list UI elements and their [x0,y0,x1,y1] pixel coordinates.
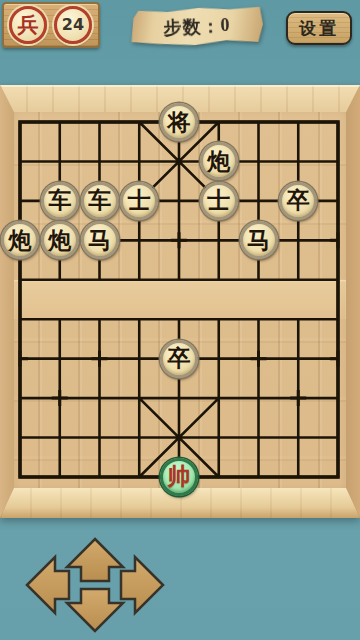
arrow-down-icon[interactable] [67,589,123,631]
level-number: 24 [62,17,84,33]
arrow-up-icon[interactable] [67,539,123,581]
settings-button[interactable]: 设置 [286,11,352,45]
piece-将[interactable]: 将 [160,103,198,141]
moves-label: 步数： [163,14,221,40]
level-number-badge: 24 [54,6,92,44]
xiangqi-board: 将炮车车士士卒炮炮马马卒帅 [0,85,360,518]
arrow-left-icon[interactable] [27,557,69,613]
piece-马[interactable]: 马 [240,221,278,259]
game-screen: 兵 24 步数：0 设置 将炮车车士士卒炮炮马马卒帅 [0,0,360,640]
piece-马[interactable]: 马 [81,221,119,259]
board-grid [0,85,360,518]
piece-type-badge: 兵 [9,6,47,44]
piece-type-label: 兵 [18,15,39,36]
moves-counter: 步数：0 [130,6,263,48]
dpad [18,536,172,634]
piece-卒[interactable]: 卒 [279,182,317,220]
piece-炮[interactable]: 炮 [200,142,238,180]
piece-士[interactable]: 士 [200,182,238,220]
piece-车[interactable]: 车 [41,182,79,220]
moves-paper: 步数：0 [130,6,263,48]
arrow-right-icon[interactable] [121,557,163,613]
piece-炮[interactable]: 炮 [41,221,79,259]
piece-卒[interactable]: 卒 [160,340,198,378]
level-plaque: 兵 24 [2,2,100,48]
piece-帅[interactable]: 帅 [160,458,198,496]
moves-value: 0 [220,15,231,36]
settings-label: 设置 [299,17,339,40]
piece-车[interactable]: 车 [81,182,119,220]
piece-士[interactable]: 士 [120,182,158,220]
